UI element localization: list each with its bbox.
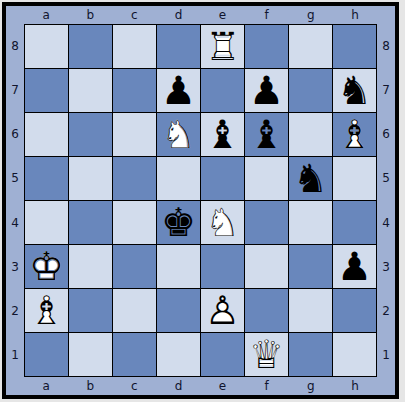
piece-black-knight[interactable]: ♞ <box>333 69 376 112</box>
margin-corner <box>377 377 395 395</box>
file-label-a: a <box>42 380 49 392</box>
white-bishop-outline: ♗ <box>333 113 376 156</box>
piece-white-bishop[interactable]: ♝♗ <box>25 289 68 332</box>
black-bishop-glyph: ♝ <box>201 113 244 156</box>
square-b5[interactable] <box>69 157 112 200</box>
white-queen-outline: ♕ <box>245 333 288 376</box>
file-label-c: c <box>131 9 138 21</box>
piece-black-knight[interactable]: ♞ <box>289 157 332 200</box>
square-b4[interactable] <box>69 201 112 244</box>
square-f2[interactable] <box>245 289 288 332</box>
square-f7[interactable]: ♟ <box>245 69 288 112</box>
square-e3[interactable] <box>201 245 244 288</box>
square-a3[interactable]: ♚♔ <box>25 245 68 288</box>
square-b1[interactable] <box>69 333 112 376</box>
square-d3[interactable] <box>157 245 200 288</box>
square-d4[interactable]: ♚ <box>157 201 200 244</box>
piece-black-pawn[interactable]: ♟ <box>245 69 288 112</box>
square-e1[interactable] <box>201 333 244 376</box>
square-a5[interactable] <box>25 157 68 200</box>
square-d2[interactable] <box>157 289 200 332</box>
square-g3[interactable] <box>289 245 332 288</box>
black-knight-glyph: ♞ <box>333 69 376 112</box>
file-labels-bottom: abcdefgh <box>24 377 377 395</box>
square-h6[interactable]: ♝♗ <box>333 113 376 156</box>
square-g8[interactable] <box>289 25 332 68</box>
square-h2[interactable] <box>333 289 376 332</box>
square-g4[interactable] <box>289 201 332 244</box>
rank-label-8: 8 <box>11 40 19 52</box>
file-label-g: g <box>307 9 315 21</box>
square-a2[interactable]: ♝♗ <box>25 289 68 332</box>
square-e7[interactable] <box>201 69 244 112</box>
square-a8[interactable] <box>25 25 68 68</box>
rank-label-8: 8 <box>382 40 390 52</box>
rank-label-4: 4 <box>11 217 19 229</box>
rank-label-6: 6 <box>11 128 19 140</box>
margin-corner <box>6 6 24 24</box>
square-c2[interactable] <box>113 289 156 332</box>
piece-white-king[interactable]: ♚♔ <box>25 245 68 288</box>
square-f1[interactable]: ♛♕ <box>245 333 288 376</box>
square-a6[interactable] <box>25 113 68 156</box>
square-g1[interactable] <box>289 333 332 376</box>
square-d1[interactable] <box>157 333 200 376</box>
square-c7[interactable] <box>113 69 156 112</box>
square-d5[interactable] <box>157 157 200 200</box>
piece-black-king[interactable]: ♚ <box>157 201 200 244</box>
square-f5[interactable] <box>245 157 288 200</box>
square-f4[interactable] <box>245 201 288 244</box>
piece-white-pawn[interactable]: ♟♙ <box>201 289 244 332</box>
rank-labels-left: 87654321 <box>6 24 24 377</box>
rank-label-2: 2 <box>382 305 390 317</box>
rank-label-3: 3 <box>11 261 19 273</box>
rank-label-3: 3 <box>382 261 390 273</box>
square-a7[interactable] <box>25 69 68 112</box>
file-label-d: d <box>175 380 183 392</box>
square-f8[interactable] <box>245 25 288 68</box>
square-e6[interactable]: ♝ <box>201 113 244 156</box>
piece-black-pawn[interactable]: ♟ <box>157 69 200 112</box>
square-a4[interactable] <box>25 201 68 244</box>
square-g5[interactable]: ♞ <box>289 157 332 200</box>
white-bishop-outline: ♗ <box>25 289 68 332</box>
square-c5[interactable] <box>113 157 156 200</box>
square-d8[interactable] <box>157 25 200 68</box>
file-label-b: b <box>86 9 94 21</box>
black-pawn-glyph: ♟ <box>245 69 288 112</box>
square-c8[interactable] <box>113 25 156 68</box>
piece-black-bishop[interactable]: ♝ <box>201 113 244 156</box>
white-knight-outline: ♘ <box>201 201 244 244</box>
file-label-a: a <box>42 9 49 21</box>
square-h4[interactable] <box>333 201 376 244</box>
file-label-h: h <box>351 9 359 21</box>
white-pawn-outline: ♙ <box>201 289 244 332</box>
piece-black-bishop[interactable]: ♝ <box>245 113 288 156</box>
white-king-outline: ♔ <box>25 245 68 288</box>
square-h5[interactable] <box>333 157 376 200</box>
piece-white-knight[interactable]: ♞♘ <box>157 113 200 156</box>
rank-labels-right: 87654321 <box>377 24 395 377</box>
file-label-e: e <box>219 9 226 21</box>
square-h7[interactable]: ♞ <box>333 69 376 112</box>
square-e8[interactable]: ♜♖ <box>201 25 244 68</box>
file-labels-top: abcdefgh <box>24 6 377 24</box>
square-f6[interactable]: ♝ <box>245 113 288 156</box>
square-e2[interactable]: ♟♙ <box>201 289 244 332</box>
square-e4[interactable]: ♞♘ <box>201 201 244 244</box>
black-bishop-glyph: ♝ <box>245 113 288 156</box>
black-pawn-glyph: ♟ <box>157 69 200 112</box>
square-c1[interactable] <box>113 333 156 376</box>
piece-white-bishop[interactable]: ♝♗ <box>333 113 376 156</box>
square-c6[interactable] <box>113 113 156 156</box>
rank-label-5: 5 <box>382 172 390 184</box>
square-h1[interactable] <box>333 333 376 376</box>
square-b6[interactable] <box>69 113 112 156</box>
piece-black-pawn[interactable]: ♟ <box>333 245 376 288</box>
file-label-c: c <box>131 380 138 392</box>
margin-corner <box>377 6 395 24</box>
file-label-b: b <box>86 380 94 392</box>
rank-label-4: 4 <box>382 217 390 229</box>
black-knight-glyph: ♞ <box>289 157 332 200</box>
white-knight-outline: ♘ <box>157 113 200 156</box>
square-g2[interactable] <box>289 289 332 332</box>
square-e5[interactable] <box>201 157 244 200</box>
rank-label-7: 7 <box>11 84 19 96</box>
chessboard-widget: abcdefgh 87654321 ♜♖♟♟♞♞♘♝♝♝♗♞♚♞♘♚♔♟♝♗♟♙… <box>0 0 401 401</box>
rank-label-6: 6 <box>382 128 390 140</box>
file-label-e: e <box>219 380 226 392</box>
board-margin: abcdefgh 87654321 ♜♖♟♟♞♞♘♝♝♝♗♞♚♞♘♚♔♟♝♗♟♙… <box>6 6 395 395</box>
file-label-f: f <box>265 9 269 21</box>
board-frame: abcdefgh 87654321 ♜♖♟♟♞♞♘♝♝♝♗♞♚♞♘♚♔♟♝♗♟♙… <box>2 2 399 399</box>
file-label-g: g <box>307 380 315 392</box>
square-d7[interactable]: ♟ <box>157 69 200 112</box>
piece-white-queen[interactable]: ♛♕ <box>245 333 288 376</box>
file-label-f: f <box>265 380 269 392</box>
square-b7[interactable] <box>69 69 112 112</box>
piece-white-knight[interactable]: ♞♘ <box>201 201 244 244</box>
square-g6[interactable] <box>289 113 332 156</box>
black-pawn-glyph: ♟ <box>333 245 376 288</box>
square-h3[interactable]: ♟ <box>333 245 376 288</box>
file-label-h: h <box>351 380 359 392</box>
square-g7[interactable] <box>289 69 332 112</box>
rank-label-5: 5 <box>11 172 19 184</box>
square-d6[interactable]: ♞♘ <box>157 113 200 156</box>
rank-label-1: 1 <box>382 349 390 361</box>
rank-label-7: 7 <box>382 84 390 96</box>
square-f3[interactable] <box>245 245 288 288</box>
square-c4[interactable] <box>113 201 156 244</box>
square-a1[interactable] <box>25 333 68 376</box>
piece-white-rook[interactable]: ♜♖ <box>201 25 244 68</box>
rank-label-2: 2 <box>11 305 19 317</box>
black-king-glyph: ♚ <box>157 201 200 244</box>
square-b3[interactable] <box>69 245 112 288</box>
rank-label-1: 1 <box>11 349 19 361</box>
square-c3[interactable] <box>113 245 156 288</box>
white-rook-outline: ♖ <box>201 25 244 68</box>
file-label-d: d <box>175 9 183 21</box>
margin-corner <box>6 377 24 395</box>
chess-board: ♜♖♟♟♞♞♘♝♝♝♗♞♚♞♘♚♔♟♝♗♟♙♛♕ <box>24 24 377 377</box>
square-b2[interactable] <box>69 289 112 332</box>
square-b8[interactable] <box>69 25 112 68</box>
square-h8[interactable] <box>333 25 376 68</box>
